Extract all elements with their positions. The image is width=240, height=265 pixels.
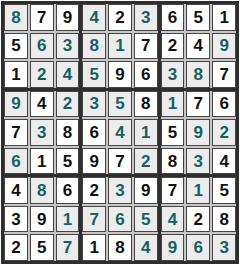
cell-r7c8[interactable]: 1 (186, 177, 210, 204)
cell-r6c6[interactable]: 2 (134, 148, 158, 175)
sudoku-box-4: 942738615 (4, 91, 79, 175)
sudoku-board: 8795631244238175966512493879427386153586… (1, 1, 239, 264)
sudoku-box-3: 651249387 (161, 4, 236, 88)
cell-r4c2: 4 (30, 91, 54, 118)
cell-r4c9: 6 (212, 91, 236, 118)
sudoku-box-6: 176592834 (161, 91, 236, 175)
cell-r9c2: 5 (30, 234, 54, 261)
cell-r3c1: 1 (4, 61, 28, 88)
sudoku-box-8: 239765184 (82, 177, 157, 261)
cell-r2c3[interactable]: 3 (56, 33, 80, 60)
cell-r2c9[interactable]: 9 (212, 33, 236, 60)
cell-r3c8[interactable]: 8 (186, 61, 210, 88)
cell-r5c2[interactable]: 3 (30, 119, 54, 146)
cell-r1c6[interactable]: 3 (134, 4, 158, 31)
cell-r2c6: 7 (134, 33, 158, 60)
cell-r7c6: 9 (134, 177, 158, 204)
cell-r9c4: 1 (82, 234, 106, 261)
cell-r8c9: 8 (212, 206, 236, 233)
cell-r6c9: 4 (212, 148, 236, 175)
cell-r4c5[interactable]: 5 (108, 91, 132, 118)
cell-r3c3[interactable]: 4 (56, 61, 80, 88)
sudoku-box-1: 879563124 (4, 4, 79, 88)
cell-r5c4: 6 (82, 119, 106, 146)
cell-r9c3[interactable]: 7 (56, 234, 80, 261)
cell-r2c8: 4 (186, 33, 210, 60)
cell-r7c9: 5 (212, 177, 236, 204)
cell-r5c6[interactable]: 1 (134, 119, 158, 146)
cell-r5c1: 7 (4, 119, 28, 146)
cell-r6c3: 5 (56, 148, 80, 175)
sudoku-box-2: 423817596 (82, 4, 157, 88)
cell-r2c2[interactable]: 6 (30, 33, 54, 60)
cell-r9c6[interactable]: 4 (134, 234, 158, 261)
cell-r7c4: 2 (82, 177, 106, 204)
cell-r7c3: 6 (56, 177, 80, 204)
cell-r5c9[interactable]: 2 (212, 119, 236, 146)
cell-r7c7: 7 (161, 177, 185, 204)
cell-r7c5[interactable]: 3 (108, 177, 132, 204)
cell-r4c3[interactable]: 2 (56, 91, 80, 118)
cell-r4c4[interactable]: 3 (82, 91, 106, 118)
cell-r8c5[interactable]: 6 (108, 206, 132, 233)
cell-r4c7[interactable]: 1 (161, 91, 185, 118)
cell-r5c8[interactable]: 9 (186, 119, 210, 146)
cell-r8c3[interactable]: 1 (56, 206, 80, 233)
cell-r9c8[interactable]: 6 (186, 234, 210, 261)
cell-r3c2[interactable]: 2 (30, 61, 54, 88)
cell-r3c6: 6 (134, 61, 158, 88)
cell-r7c1: 4 (4, 177, 28, 204)
cell-r8c1: 3 (4, 206, 28, 233)
cell-r6c5: 7 (108, 148, 132, 175)
sudoku-box-5: 358641972 (82, 91, 157, 175)
cell-r5c5[interactable]: 4 (108, 119, 132, 146)
cell-r2c5[interactable]: 1 (108, 33, 132, 60)
cell-r2c7: 2 (161, 33, 185, 60)
cell-r1c1[interactable]: 8 (4, 4, 28, 31)
cell-r1c5: 2 (108, 4, 132, 31)
cell-r1c4[interactable]: 4 (82, 4, 106, 31)
cell-r2c4[interactable]: 8 (82, 33, 106, 60)
cell-r6c4: 9 (82, 148, 106, 175)
cell-r6c7: 8 (161, 148, 185, 175)
cell-r6c8[interactable]: 3 (186, 148, 210, 175)
cell-r6c1[interactable]: 6 (4, 148, 28, 175)
cell-r4c6: 8 (134, 91, 158, 118)
sudoku-box-9: 715428963 (161, 177, 236, 261)
cell-r1c7: 6 (161, 4, 185, 31)
sudoku-box-7: 486391257 (4, 177, 79, 261)
cell-r7c2[interactable]: 8 (30, 177, 54, 204)
cell-r9c7[interactable]: 9 (161, 234, 185, 261)
cell-r8c8: 2 (186, 206, 210, 233)
cell-r1c2: 7 (30, 4, 54, 31)
cell-r3c4[interactable]: 5 (82, 61, 106, 88)
cell-r8c2: 9 (30, 206, 54, 233)
cell-r9c5: 8 (108, 234, 132, 261)
cell-r6c2: 1 (30, 148, 54, 175)
cell-r9c1: 2 (4, 234, 28, 261)
cell-r4c8: 7 (186, 91, 210, 118)
cell-r2c1: 5 (4, 33, 28, 60)
cell-r8c4[interactable]: 7 (82, 206, 106, 233)
cell-r5c7: 5 (161, 119, 185, 146)
cell-r1c8: 5 (186, 4, 210, 31)
cell-r1c3: 9 (56, 4, 80, 31)
cell-r8c7[interactable]: 4 (161, 206, 185, 233)
cell-r4c1[interactable]: 9 (4, 91, 28, 118)
cell-r5c3: 8 (56, 119, 80, 146)
cell-r3c5: 9 (108, 61, 132, 88)
cell-r1c9: 1 (212, 4, 236, 31)
cell-r8c6[interactable]: 5 (134, 206, 158, 233)
cell-r3c7[interactable]: 3 (161, 61, 185, 88)
cell-r3c9: 7 (212, 61, 236, 88)
cell-r9c9[interactable]: 3 (212, 234, 236, 261)
